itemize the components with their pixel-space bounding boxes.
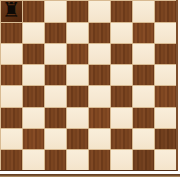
- square-h4[interactable]: [155, 86, 176, 106]
- square-g4[interactable]: [133, 86, 154, 106]
- square-h7[interactable]: [155, 23, 176, 43]
- square-b6[interactable]: [23, 44, 44, 64]
- square-c2[interactable]: [45, 129, 66, 149]
- square-g5[interactable]: [133, 65, 154, 85]
- square-a3[interactable]: [1, 108, 22, 128]
- square-e4[interactable]: [89, 86, 110, 106]
- square-g3[interactable]: [133, 108, 154, 128]
- square-f5[interactable]: [111, 65, 132, 85]
- square-g7[interactable]: [133, 23, 154, 43]
- square-e5[interactable]: [89, 65, 110, 85]
- square-f7[interactable]: [111, 23, 132, 43]
- square-f6[interactable]: [111, 44, 132, 64]
- square-c5[interactable]: [45, 65, 66, 85]
- square-h8[interactable]: [155, 1, 176, 22]
- square-c8[interactable]: [45, 1, 66, 22]
- square-c1[interactable]: [45, 150, 66, 170]
- square-c7[interactable]: [45, 23, 66, 43]
- horizontal-separator-line: [0, 174, 180, 177]
- square-b2[interactable]: [23, 129, 44, 149]
- square-f1[interactable]: [111, 150, 132, 170]
- square-d3[interactable]: [67, 108, 88, 128]
- square-b7[interactable]: [23, 23, 44, 43]
- square-d7[interactable]: [67, 23, 88, 43]
- square-a4[interactable]: [1, 86, 22, 106]
- square-d2[interactable]: [67, 129, 88, 149]
- square-f2[interactable]: [111, 129, 132, 149]
- square-h5[interactable]: [155, 65, 176, 85]
- square-e8[interactable]: [89, 1, 110, 22]
- square-f3[interactable]: [111, 108, 132, 128]
- square-h2[interactable]: [155, 129, 176, 149]
- square-d6[interactable]: [67, 44, 88, 64]
- square-b5[interactable]: [23, 65, 44, 85]
- square-a5[interactable]: [1, 65, 22, 85]
- square-d1[interactable]: [67, 150, 88, 170]
- square-b1[interactable]: [23, 150, 44, 170]
- square-h1[interactable]: [155, 150, 176, 170]
- square-e3[interactable]: [89, 108, 110, 128]
- square-h6[interactable]: [155, 44, 176, 64]
- square-f8[interactable]: [111, 1, 132, 22]
- square-c3[interactable]: [45, 108, 66, 128]
- square-a6[interactable]: [1, 44, 22, 64]
- square-g6[interactable]: [133, 44, 154, 64]
- square-g2[interactable]: [133, 129, 154, 149]
- square-a8[interactable]: ♜: [1, 1, 22, 22]
- square-b3[interactable]: [23, 108, 44, 128]
- square-b8[interactable]: [23, 1, 44, 22]
- square-d4[interactable]: [67, 86, 88, 106]
- square-e7[interactable]: [89, 23, 110, 43]
- square-f4[interactable]: [111, 86, 132, 106]
- square-g1[interactable]: [133, 150, 154, 170]
- square-e6[interactable]: [89, 44, 110, 64]
- square-c6[interactable]: [45, 44, 66, 64]
- square-d8[interactable]: [67, 1, 88, 22]
- square-g8[interactable]: [133, 1, 154, 22]
- square-c4[interactable]: [45, 86, 66, 106]
- square-a7[interactable]: [1, 23, 22, 43]
- square-e2[interactable]: [89, 129, 110, 149]
- square-h3[interactable]: [155, 108, 176, 128]
- square-d5[interactable]: [67, 65, 88, 85]
- square-a2[interactable]: [1, 129, 22, 149]
- square-e1[interactable]: [89, 150, 110, 170]
- chess-board[interactable]: ♜: [0, 0, 178, 171]
- square-b4[interactable]: [23, 86, 44, 106]
- square-a1[interactable]: [1, 150, 22, 170]
- black-rook[interactable]: ♜: [2, 0, 21, 21]
